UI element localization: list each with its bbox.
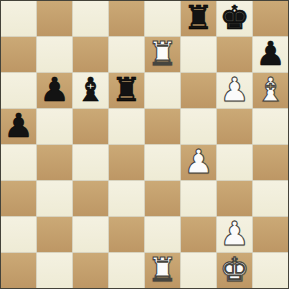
square-a7[interactable] <box>1 37 36 72</box>
square-f4[interactable]: ♟ <box>181 145 216 180</box>
square-d8[interactable] <box>109 1 144 36</box>
black-pawn-a5[interactable]: ♟ <box>4 109 34 143</box>
square-f6[interactable] <box>181 73 216 108</box>
square-c5[interactable] <box>73 109 108 144</box>
square-a4[interactable] <box>1 145 36 180</box>
white-rook-e7[interactable]: ♜ <box>148 37 178 71</box>
square-h5[interactable] <box>253 109 288 144</box>
square-e2[interactable] <box>145 217 180 252</box>
square-b1[interactable] <box>37 253 72 288</box>
white-king-g1[interactable]: ♚ <box>220 253 250 287</box>
square-g5[interactable] <box>217 109 252 144</box>
square-f3[interactable] <box>181 181 216 216</box>
square-f1[interactable] <box>181 253 216 288</box>
square-h7[interactable]: ♟ <box>253 37 288 72</box>
square-b4[interactable] <box>37 145 72 180</box>
square-f7[interactable] <box>181 37 216 72</box>
square-g3[interactable] <box>217 181 252 216</box>
square-f8[interactable]: ♜ <box>181 1 216 36</box>
square-f2[interactable] <box>181 217 216 252</box>
square-c3[interactable] <box>73 181 108 216</box>
square-a5[interactable]: ♟ <box>1 109 36 144</box>
square-b5[interactable] <box>37 109 72 144</box>
square-b7[interactable] <box>37 37 72 72</box>
square-b2[interactable] <box>37 217 72 252</box>
square-c1[interactable] <box>73 253 108 288</box>
white-pawn-g2[interactable]: ♟ <box>220 217 250 251</box>
square-g7[interactable] <box>217 37 252 72</box>
black-pawn-h7[interactable]: ♟ <box>256 37 286 71</box>
square-d2[interactable] <box>109 217 144 252</box>
square-a1[interactable] <box>1 253 36 288</box>
square-a3[interactable] <box>1 181 36 216</box>
square-b6[interactable]: ♟ <box>37 73 72 108</box>
square-h3[interactable] <box>253 181 288 216</box>
square-c7[interactable] <box>73 37 108 72</box>
square-d7[interactable] <box>109 37 144 72</box>
square-g4[interactable] <box>217 145 252 180</box>
square-d5[interactable] <box>109 109 144 144</box>
white-pawn-f4[interactable]: ♟ <box>184 145 214 179</box>
square-c6[interactable]: ♝ <box>73 73 108 108</box>
square-e1[interactable]: ♜ <box>145 253 180 288</box>
square-g8[interactable]: ♚ <box>217 1 252 36</box>
square-d4[interactable] <box>109 145 144 180</box>
square-d3[interactable] <box>109 181 144 216</box>
black-bishop-c6[interactable]: ♝ <box>76 73 106 107</box>
black-king-g8[interactable]: ♚ <box>220 1 250 35</box>
square-h8[interactable] <box>253 1 288 36</box>
white-rook-e1[interactable]: ♜ <box>148 253 178 287</box>
square-h2[interactable] <box>253 217 288 252</box>
square-g6[interactable]: ♟ <box>217 73 252 108</box>
chess-board: ♜♚♜♟♟♝♜♟♝♟♟♟♜♚ <box>0 0 289 289</box>
square-b3[interactable] <box>37 181 72 216</box>
square-c2[interactable] <box>73 217 108 252</box>
square-e6[interactable] <box>145 73 180 108</box>
white-bishop-h6[interactable]: ♝ <box>256 73 286 107</box>
square-d1[interactable] <box>109 253 144 288</box>
square-a6[interactable] <box>1 73 36 108</box>
square-h1[interactable] <box>253 253 288 288</box>
black-rook-d6[interactable]: ♜ <box>112 73 142 107</box>
square-d6[interactable]: ♜ <box>109 73 144 108</box>
square-e5[interactable] <box>145 109 180 144</box>
white-pawn-g6[interactable]: ♟ <box>220 73 250 107</box>
square-f5[interactable] <box>181 109 216 144</box>
square-b8[interactable] <box>37 1 72 36</box>
square-a8[interactable] <box>1 1 36 36</box>
square-c4[interactable] <box>73 145 108 180</box>
square-h4[interactable] <box>253 145 288 180</box>
square-e8[interactable] <box>145 1 180 36</box>
square-e3[interactable] <box>145 181 180 216</box>
square-g2[interactable]: ♟ <box>217 217 252 252</box>
square-a2[interactable] <box>1 217 36 252</box>
square-g1[interactable]: ♚ <box>217 253 252 288</box>
black-pawn-b6[interactable]: ♟ <box>40 73 70 107</box>
square-h6[interactable]: ♝ <box>253 73 288 108</box>
black-rook-f8[interactable]: ♜ <box>184 1 214 35</box>
square-e7[interactable]: ♜ <box>145 37 180 72</box>
square-c8[interactable] <box>73 1 108 36</box>
square-e4[interactable] <box>145 145 180 180</box>
